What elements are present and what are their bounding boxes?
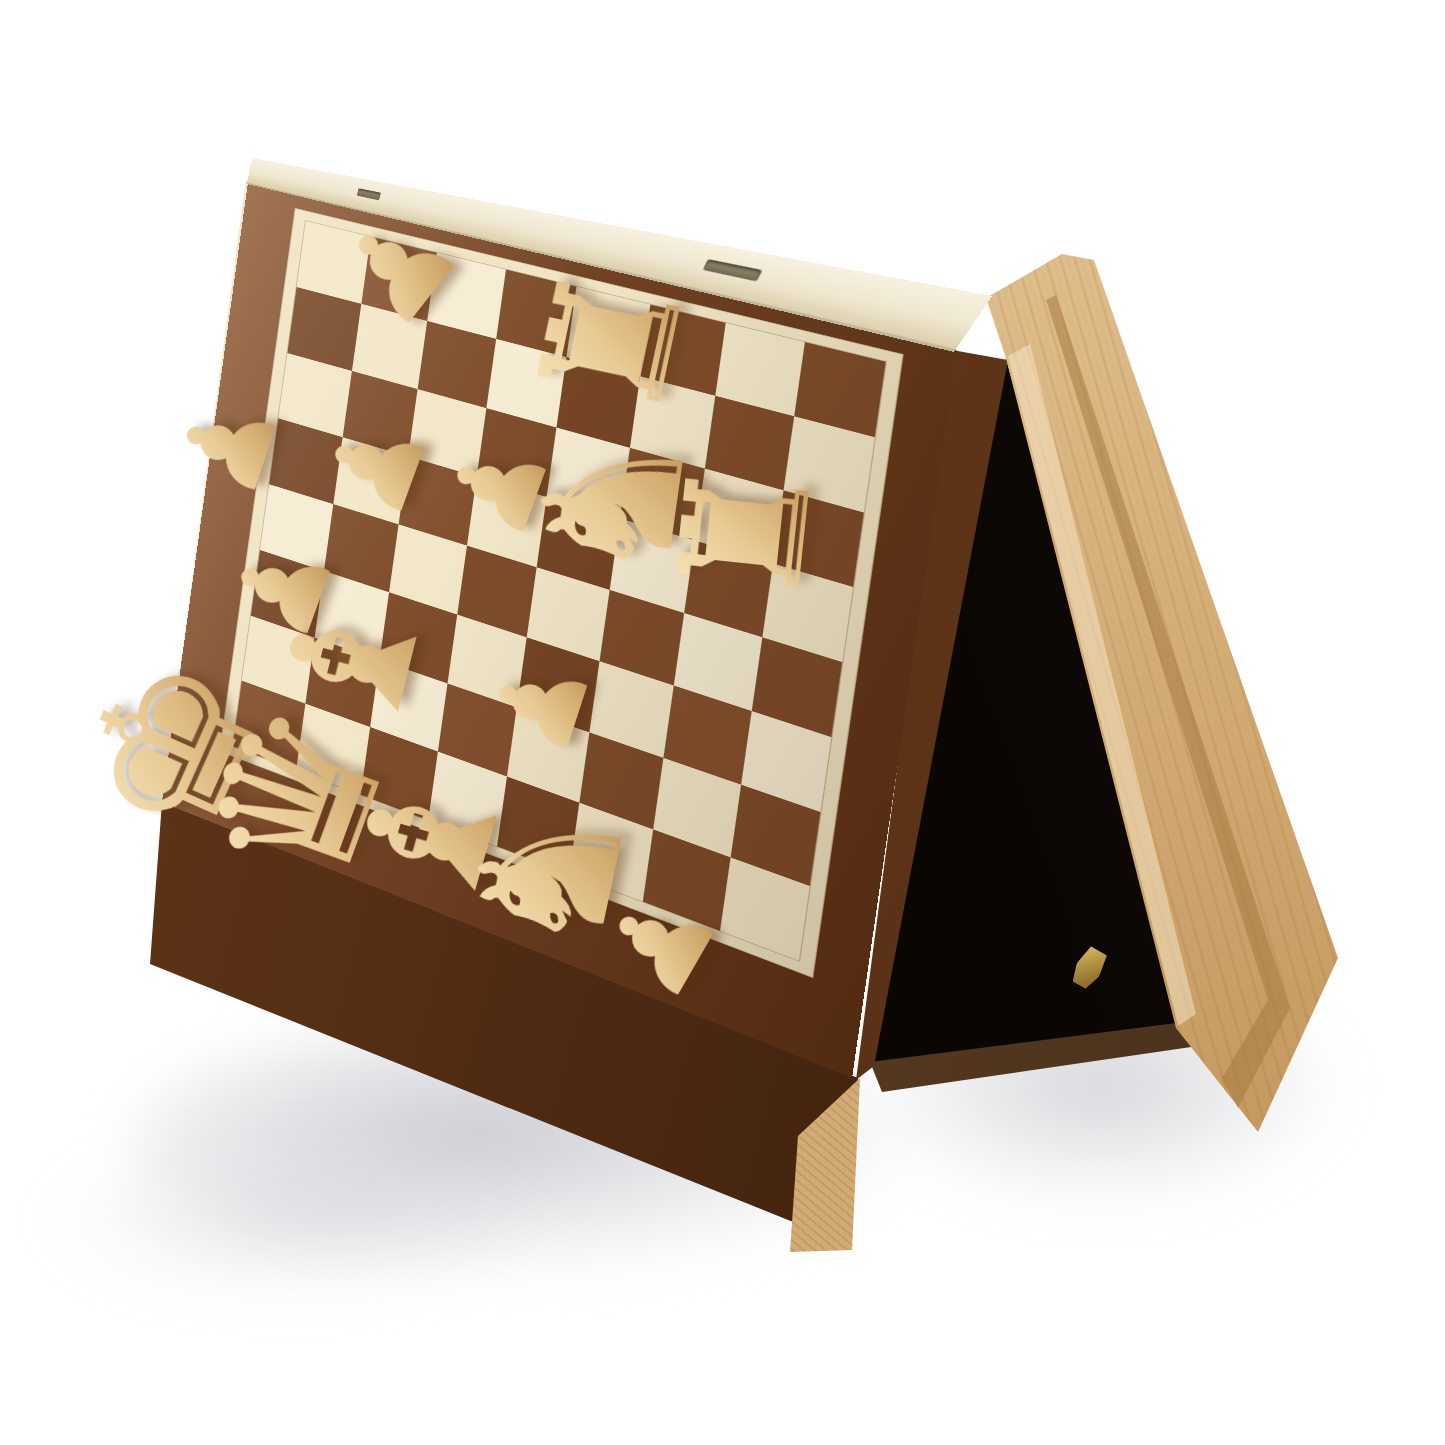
- white-pawn-glyph: ♟: [582, 869, 737, 1020]
- floor-shadow-far: [40, 1140, 540, 1300]
- piece-white-rook-g6[interactable]: ♜: [623, 411, 866, 654]
- white-pawn-glyph: ♟: [159, 381, 297, 511]
- white-rook-glyph: ♜: [652, 447, 837, 616]
- product-photo-stage: ♟♜♟♟♟♞♜♟♝♟♚♛♝♞♟: [0, 0, 1445, 1445]
